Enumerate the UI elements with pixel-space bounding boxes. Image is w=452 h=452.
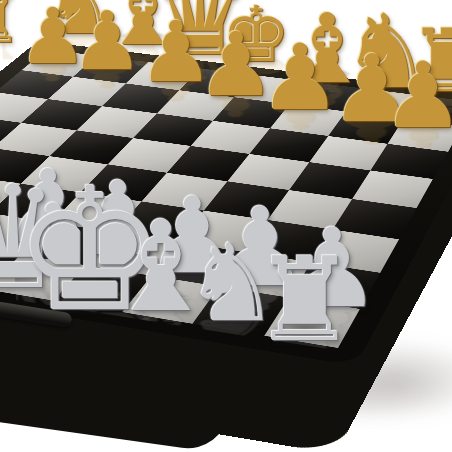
pieces-layer: ♜♞♝♛♚♝♞♜♟♟♟♟♟♟♟♟♟♟♟♟♛♚♝♞♜ [0,0,452,452]
piece-black-pawn-h7[interactable]: ♟ [382,50,452,141]
piece-white-rook-h1[interactable]: ♜ [253,242,357,358]
chessboard-photo: ♜♞♝♛♚♝♞♜♟♟♟♟♟♟♟♟♟♟♟♟♛♚♝♞♜ ♜♞♝♛♚♝♞♜♟♟♟♟♟♟… [0,0,452,452]
piece-black-pawn-f7[interactable]: ♟ [259,32,341,123]
piece-black-pawn-c7[interactable]: ♟ [71,1,144,82]
